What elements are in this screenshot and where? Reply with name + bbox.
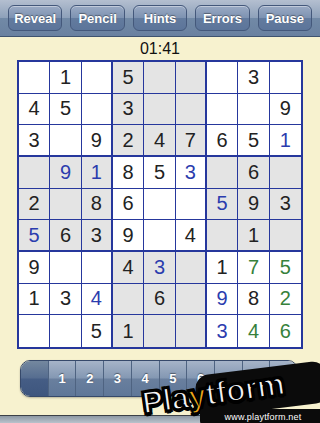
cell-r6c4[interactable]: 9 [113, 220, 144, 252]
cell-r8c8[interactable]: 8 [238, 284, 269, 316]
cell-r2c1[interactable]: 4 [19, 94, 50, 126]
numpad-segment-2[interactable]: 2 [75, 361, 103, 396]
cell-r5c5[interactable] [144, 189, 175, 221]
cell-r2c3[interactable] [82, 94, 113, 126]
cell-r2c9[interactable]: 9 [270, 94, 301, 126]
cell-r3c8[interactable]: 5 [238, 125, 269, 157]
cell-r7c3[interactable] [82, 252, 113, 284]
cell-r7c7[interactable]: 1 [207, 252, 238, 284]
cell-r3c9[interactable]: 1 [270, 125, 301, 157]
cell-r7c9[interactable]: 5 [270, 252, 301, 284]
pencil-button[interactable]: Pencil [70, 5, 124, 31]
cell-r4c7[interactable] [207, 157, 238, 189]
numpad-segment-1[interactable]: 1 [48, 361, 76, 396]
cell-r5c1[interactable]: 2 [19, 189, 50, 221]
cell-r6c1[interactable]: 5 [19, 220, 50, 252]
numpad-segment-9[interactable]: 9 [269, 361, 297, 396]
cell-r8c4[interactable] [113, 284, 144, 316]
cell-r8c3[interactable]: 4 [82, 284, 113, 316]
cell-r6c9[interactable] [270, 220, 301, 252]
cell-r4c6[interactable]: 3 [176, 157, 207, 189]
cell-r6c6[interactable]: 4 [176, 220, 207, 252]
cell-r1c7[interactable] [207, 62, 238, 94]
cell-r2c7[interactable] [207, 94, 238, 126]
cell-r5c9[interactable]: 3 [270, 189, 301, 221]
cell-r7c1[interactable]: 9 [19, 252, 50, 284]
cell-r4c3[interactable]: 1 [82, 157, 113, 189]
cell-r8c5[interactable]: 6 [144, 284, 175, 316]
cell-r4c8[interactable]: 6 [238, 157, 269, 189]
cell-r8c2[interactable]: 3 [50, 284, 81, 316]
cell-r7c4[interactable]: 4 [113, 252, 144, 284]
cell-r8c1[interactable]: 1 [19, 284, 50, 316]
cell-r9c1[interactable] [19, 315, 50, 347]
cell-r5c3[interactable]: 8 [82, 189, 113, 221]
game-timer: 01:41 [0, 37, 320, 60]
cell-r7c5[interactable]: 3 [144, 252, 175, 284]
reveal-button[interactable]: Reveal [8, 5, 62, 31]
cell-r3c5[interactable]: 4 [144, 125, 175, 157]
cell-r2c2[interactable]: 5 [50, 94, 81, 126]
cell-r4c5[interactable]: 5 [144, 157, 175, 189]
numpad-segment-5[interactable]: 5 [159, 361, 187, 396]
cell-r4c4[interactable]: 8 [113, 157, 144, 189]
cell-r2c8[interactable] [238, 94, 269, 126]
cell-r7c2[interactable] [50, 252, 81, 284]
cell-r5c8[interactable]: 9 [238, 189, 269, 221]
cell-r3c2[interactable] [50, 125, 81, 157]
number-pad: 123456789 [20, 360, 298, 397]
cell-r5c2[interactable] [50, 189, 81, 221]
cell-r8c6[interactable] [176, 284, 207, 316]
ad-banner-edge [0, 415, 320, 423]
cell-r4c9[interactable] [270, 157, 301, 189]
numpad-segment-7[interactable]: 7 [214, 361, 242, 396]
cell-r5c4[interactable]: 6 [113, 189, 144, 221]
cell-r8c7[interactable]: 9 [207, 284, 238, 316]
cell-r9c2[interactable] [50, 315, 81, 347]
cell-r9c6[interactable] [176, 315, 207, 347]
cell-r9c4[interactable]: 1 [113, 315, 144, 347]
cell-r1c6[interactable] [176, 62, 207, 94]
cell-r4c1[interactable] [19, 157, 50, 189]
pause-button[interactable]: Pause [258, 5, 312, 31]
errors-button[interactable]: Errors [195, 5, 249, 31]
cell-r6c5[interactable] [144, 220, 175, 252]
hints-button[interactable]: Hints [133, 5, 187, 31]
cell-r3c3[interactable]: 9 [82, 125, 113, 157]
cell-r3c4[interactable]: 2 [113, 125, 144, 157]
sudoku-app-screen: Reveal Pencil Hints Errors Pause 01:41 1… [0, 0, 320, 423]
cell-r5c7[interactable]: 5 [207, 189, 238, 221]
cell-r5c6[interactable] [176, 189, 207, 221]
cell-r9c7[interactable]: 3 [207, 315, 238, 347]
numpad-segment-4[interactable]: 4 [131, 361, 159, 396]
cell-r1c9[interactable] [270, 62, 301, 94]
cell-r1c1[interactable] [19, 62, 50, 94]
numpad-segment-8[interactable]: 8 [242, 361, 270, 396]
cell-r1c2[interactable]: 1 [50, 62, 81, 94]
cell-r8c9[interactable]: 2 [270, 284, 301, 316]
cell-r9c8[interactable]: 4 [238, 315, 269, 347]
cell-r1c3[interactable] [82, 62, 113, 94]
cell-r2c6[interactable] [176, 94, 207, 126]
cell-r2c5[interactable] [144, 94, 175, 126]
numpad-erase-segment[interactable] [21, 361, 48, 396]
cell-r9c5[interactable] [144, 315, 175, 347]
cell-r3c1[interactable]: 3 [19, 125, 50, 157]
cell-r1c4[interactable]: 5 [113, 62, 144, 94]
cell-r3c6[interactable]: 7 [176, 125, 207, 157]
top-toolbar: Reveal Pencil Hints Errors Pause [0, 0, 320, 37]
cell-r4c2[interactable]: 9 [50, 157, 81, 189]
sudoku-grid: 1534539392476519185362865935639419431751… [17, 60, 303, 349]
cell-r1c5[interactable] [144, 62, 175, 94]
numpad-segment-3[interactable]: 3 [103, 361, 131, 396]
cell-r6c2[interactable]: 6 [50, 220, 81, 252]
cell-r3c7[interactable]: 6 [207, 125, 238, 157]
cell-r2c4[interactable]: 3 [113, 94, 144, 126]
cell-r9c9[interactable]: 6 [270, 315, 301, 347]
cell-r1c8[interactable]: 3 [238, 62, 269, 94]
cell-r7c6[interactable] [176, 252, 207, 284]
cell-r6c8[interactable]: 1 [238, 220, 269, 252]
numpad-segment-6[interactable]: 6 [186, 361, 214, 396]
cell-r6c3[interactable]: 3 [82, 220, 113, 252]
cell-r6c7[interactable] [207, 220, 238, 252]
cell-r7c8[interactable]: 7 [238, 252, 269, 284]
cell-r9c3[interactable]: 5 [82, 315, 113, 347]
